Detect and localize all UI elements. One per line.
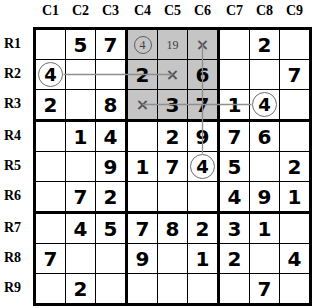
digit: 1 [228,95,242,115]
cell-R6C5[interactable] [158,182,187,211]
row-label-R9: R9 [4,280,21,296]
col-label-C1: C1 [42,3,59,19]
digit: 4 [104,127,118,147]
cell-R6C2[interactable]: 7 [66,182,95,211]
cell-R5C4[interactable]: 1 [128,152,157,181]
digit: 3 [166,95,180,115]
row-label-R7: R7 [4,220,21,236]
cell-R4C7[interactable]: 7 [220,122,249,151]
cell-R5C3[interactable]: 9 [96,152,125,181]
digit: 2 [196,219,210,239]
cell-R1C5[interactable]: 19 [158,30,187,59]
digit: 1 [288,187,302,207]
cell-R1C2[interactable]: 5 [66,30,95,59]
circle-annotation: 4 [38,62,63,87]
pencil-marks: 19 [167,39,179,51]
cell-R7C7[interactable]: 3 [220,214,249,243]
cell-R7C3[interactable]: 5 [96,214,125,243]
cell-R4C5[interactable]: 2 [158,122,187,151]
cell-R7C9[interactable] [280,214,309,243]
cell-R9C7[interactable] [220,274,249,303]
cell-R6C6[interactable] [188,182,217,211]
digit: 2 [104,187,118,207]
col-label-C7: C7 [226,3,243,19]
row-label-R6: R6 [4,188,21,204]
cell-R1C8[interactable]: 2 [250,30,279,59]
cell-R8C4[interactable]: 9 [128,244,157,273]
digit: 5 [104,219,118,239]
digit: 1 [74,127,88,147]
cell-R7C1[interactable] [36,214,65,243]
row-label-R4: R4 [4,128,21,144]
cell-R2C6[interactable]: 6 [188,60,217,89]
cell-R9C4[interactable] [128,274,157,303]
cell-R1C7[interactable] [220,30,249,59]
digit: 7 [258,279,272,299]
cell-R5C9[interactable]: 2 [280,152,309,181]
cell-R3C5[interactable]: 3 [158,90,187,119]
digit: 4 [196,158,209,176]
col-label-C2: C2 [72,3,89,19]
digit: 4 [228,187,242,207]
cell-R8C3[interactable] [96,244,125,273]
circle-annotation: 4 [190,154,215,179]
cell-R7C8[interactable]: 1 [250,214,279,243]
cell-R2C3[interactable] [96,60,125,89]
elimination-cross-icon: × [196,37,209,53]
board-grid: 57419×242×6728×3714142976917452724914578… [33,27,312,306]
digit: 8 [166,219,180,239]
cell-R9C8[interactable]: 7 [250,274,279,303]
col-label-C8: C8 [256,3,273,19]
digit: 5 [74,35,88,55]
cell-R6C7[interactable]: 4 [220,182,249,211]
digit: 3 [228,219,242,239]
col-label-C4: C4 [134,3,151,19]
cell-R7C2[interactable]: 4 [66,214,95,243]
col-label-C6: C6 [194,3,211,19]
digit: 1 [258,219,272,239]
cell-R3C8[interactable]: 4 [250,90,279,119]
cell-R1C3[interactable]: 7 [96,30,125,59]
cell-R2C8[interactable] [250,60,279,89]
row-label-R3: R3 [4,96,21,112]
digit: 2 [228,249,242,269]
cell-R7C4[interactable]: 7 [128,214,157,243]
pencil-mark: 4 [140,39,146,51]
cell-R1C1[interactable] [36,30,65,59]
digit: 9 [258,187,272,207]
cell-R8C8[interactable] [250,244,279,273]
cell-R5C6[interactable]: 4 [188,152,217,181]
digit: 7 [166,157,180,177]
digit: 7 [44,249,58,269]
cell-R2C9[interactable]: 7 [280,60,309,89]
digit: 9 [196,127,210,147]
cell-R4C1[interactable] [36,122,65,151]
cell-R5C7[interactable]: 5 [220,152,249,181]
digit: 7 [228,127,242,147]
digit: 6 [258,127,272,147]
digit: 7 [288,65,302,85]
cell-R8C1[interactable]: 7 [36,244,65,273]
cell-R5C8[interactable] [250,152,279,181]
cell-R4C3[interactable]: 4 [96,122,125,151]
cell-R8C7[interactable]: 2 [220,244,249,273]
cell-R3C3[interactable]: 8 [96,90,125,119]
cell-R5C1[interactable] [36,152,65,181]
cell-R2C5[interactable]: × [158,60,187,89]
cell-R6C8[interactable]: 9 [250,182,279,211]
cell-R9C2[interactable]: 2 [66,274,95,303]
cell-R3C7[interactable]: 1 [220,90,249,119]
digit: 9 [136,249,150,269]
cell-R2C1[interactable]: 4 [36,60,65,89]
cell-R8C2[interactable] [66,244,95,273]
cell-R3C2[interactable] [66,90,95,119]
digit: 4 [44,66,57,84]
digit: 7 [74,187,88,207]
digit: 7 [104,35,118,55]
cell-R3C1[interactable]: 2 [36,90,65,119]
cell-R6C9[interactable]: 1 [280,182,309,211]
elimination-cross-icon: × [136,97,149,113]
cell-R4C9[interactable] [280,122,309,151]
row-label-R5: R5 [4,158,21,174]
digit: 8 [104,95,118,115]
cell-R4C8[interactable]: 6 [250,122,279,151]
col-label-C9: C9 [286,3,303,19]
sudoku-screenshot: C1C2C3C4C5C6C7C8C9R1R2R3R4R5R6R7R8R9 574… [0,0,314,308]
cell-R8C5[interactable] [158,244,187,273]
digit: 5 [228,157,242,177]
col-label-C5: C5 [164,3,181,19]
cell-R2C2[interactable] [66,60,95,89]
cell-R3C9[interactable] [280,90,309,119]
cell-R6C1[interactable] [36,182,65,211]
elimination-cross-icon: × [166,67,179,83]
digit: 7 [196,95,210,115]
cell-R7C6[interactable]: 2 [188,214,217,243]
cell-R6C4[interactable] [128,182,157,211]
digit: 9 [104,157,118,177]
cell-R8C9[interactable]: 4 [280,244,309,273]
col-label-C3: C3 [102,3,119,19]
circle-annotation: 4 [134,36,152,54]
cell-R7C5[interactable]: 8 [158,214,187,243]
cell-R9C5[interactable] [158,274,187,303]
digit: 2 [136,65,150,85]
cell-R9C6[interactable] [188,274,217,303]
cell-R2C4[interactable]: 2 [128,60,157,89]
cell-R1C6[interactable]: × [188,30,217,59]
digit: 2 [258,35,272,55]
digit: 1 [136,157,150,177]
cell-R3C6[interactable]: 7 [188,90,217,119]
cell-R4C2[interactable]: 1 [66,122,95,151]
digit: 4 [74,219,88,239]
row-label-R1: R1 [4,36,21,52]
cell-R5C2[interactable] [66,152,95,181]
digit: 6 [196,65,210,85]
cell-R9C9[interactable] [280,274,309,303]
digit: 7 [136,219,150,239]
cell-R6C3[interactable]: 2 [96,182,125,211]
cell-R1C4[interactable]: 4 [128,30,157,59]
digit: 2 [166,127,180,147]
cell-R9C1[interactable] [36,274,65,303]
cell-R1C9[interactable] [280,30,309,59]
cell-R4C4[interactable] [128,122,157,151]
digit: 2 [288,157,302,177]
cell-R4C6[interactable]: 9 [188,122,217,151]
cell-R9C3[interactable] [96,274,125,303]
digit: 1 [196,249,210,269]
cell-R2C7[interactable] [220,60,249,89]
digit: 2 [44,95,58,115]
digit: 4 [258,96,271,114]
cell-R8C6[interactable]: 1 [188,244,217,273]
cell-R3C4[interactable]: × [128,90,157,119]
cell-R5C5[interactable]: 7 [158,152,187,181]
circle-annotation: 4 [252,92,277,117]
row-label-R8: R8 [4,250,21,266]
row-label-R2: R2 [4,66,21,82]
digit: 2 [74,279,88,299]
digit: 4 [288,249,302,269]
